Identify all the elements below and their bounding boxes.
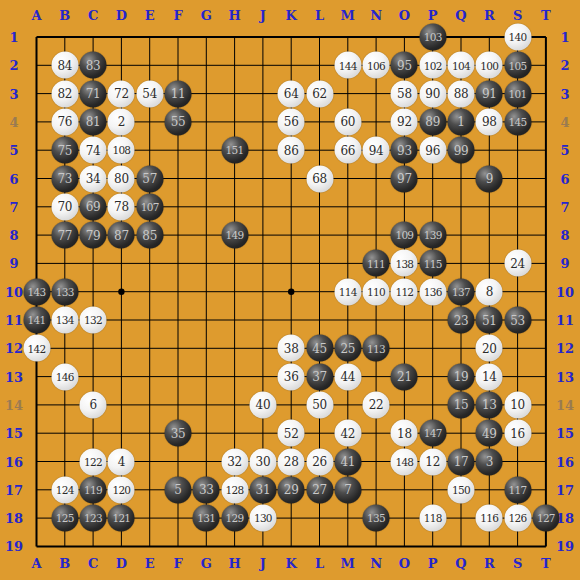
stone-D17[interactable]: 120 [108, 476, 135, 503]
stone-N14[interactable]: 22 [363, 391, 390, 418]
row-label-right-17: 17 [556, 482, 574, 497]
stone-Q17[interactable]: 150 [448, 476, 475, 503]
stone-N10[interactable]: 110 [363, 278, 390, 305]
stone-T18[interactable]: 127 [532, 505, 559, 532]
stone-D4[interactable]: 2 [108, 108, 135, 135]
stone-S4[interactable]: 145 [504, 108, 531, 135]
move-number: 23 [454, 314, 469, 326]
stone-B7[interactable]: 70 [51, 193, 78, 220]
row-label-right-7: 7 [560, 199, 569, 214]
move-number: 45 [312, 342, 327, 354]
stone-O4[interactable]: 92 [391, 108, 418, 135]
stone-B11[interactable]: 134 [51, 307, 78, 334]
stone-R11[interactable]: 51 [476, 307, 503, 334]
stone-B5[interactable]: 75 [51, 137, 78, 164]
star-point-K10 [288, 289, 294, 295]
move-number: 119 [84, 485, 102, 496]
move-number: 2 [118, 116, 125, 128]
move-number: 114 [339, 286, 357, 297]
col-label-bottom-P: P [428, 556, 438, 571]
stone-K3[interactable]: 64 [278, 80, 305, 107]
move-number: 17 [454, 456, 469, 468]
stone-R18[interactable]: 116 [476, 505, 503, 532]
move-number: 83 [86, 59, 101, 71]
col-label-bottom-K: K [286, 556, 297, 571]
stone-N12[interactable]: 113 [363, 335, 390, 362]
move-number: 150 [452, 485, 470, 496]
stone-C2[interactable]: 83 [80, 52, 107, 79]
stone-K5[interactable]: 86 [278, 137, 305, 164]
stone-E8[interactable]: 85 [136, 222, 163, 249]
stone-L16[interactable]: 26 [306, 448, 333, 475]
stone-F4[interactable]: 55 [165, 108, 192, 135]
move-number: 33 [199, 484, 214, 496]
move-number: 14 [482, 371, 497, 383]
move-number: 3 [486, 456, 493, 468]
move-number: 112 [395, 286, 413, 297]
stone-A10[interactable]: 143 [23, 278, 50, 305]
row-label-left-2: 2 [9, 58, 18, 73]
move-number: 107 [141, 202, 159, 213]
move-number: 6 [89, 399, 96, 411]
stone-M5[interactable]: 66 [334, 137, 361, 164]
row-label-right-2: 2 [560, 58, 569, 73]
stone-N9[interactable]: 111 [363, 250, 390, 277]
stone-Q10[interactable]: 137 [448, 278, 475, 305]
stone-D5[interactable]: 108 [108, 137, 135, 164]
stone-S3[interactable]: 101 [504, 80, 531, 107]
stone-G18[interactable]: 131 [193, 505, 220, 532]
row-label-right-19: 19 [556, 539, 574, 554]
stone-S1[interactable]: 140 [504, 24, 531, 51]
stone-B17[interactable]: 124 [51, 476, 78, 503]
col-label-top-O: O [399, 8, 410, 23]
stone-H17[interactable]: 128 [221, 476, 248, 503]
stone-B8[interactable]: 77 [51, 222, 78, 249]
col-label-top-P: P [428, 8, 438, 23]
stone-O16[interactable]: 148 [391, 448, 418, 475]
stone-L14[interactable]: 50 [306, 391, 333, 418]
col-label-bottom-O: O [399, 556, 410, 571]
stone-B2[interactable]: 84 [51, 52, 78, 79]
stone-N5[interactable]: 94 [363, 137, 390, 164]
stone-F17[interactable]: 5 [165, 476, 192, 503]
stone-C4[interactable]: 81 [80, 108, 107, 135]
move-number: 128 [226, 485, 244, 496]
move-number: 144 [339, 60, 357, 71]
stone-K15[interactable]: 52 [278, 420, 305, 447]
row-label-left-18: 18 [5, 511, 23, 526]
move-number: 44 [340, 371, 355, 383]
move-number: 58 [397, 88, 412, 100]
stone-G17[interactable]: 33 [193, 476, 220, 503]
move-number: 28 [284, 456, 299, 468]
move-number: 106 [367, 60, 385, 71]
stone-C18[interactable]: 123 [80, 505, 107, 532]
stone-C7[interactable]: 69 [80, 193, 107, 220]
col-label-top-S: S [513, 8, 522, 23]
stone-A12[interactable]: 142 [23, 335, 50, 362]
stone-O10[interactable]: 112 [391, 278, 418, 305]
stone-R3[interactable]: 91 [476, 80, 503, 107]
stone-C16[interactable]: 122 [80, 448, 107, 475]
move-number: 140 [509, 32, 527, 43]
move-number: 103 [424, 32, 442, 43]
stone-O8[interactable]: 109 [391, 222, 418, 249]
move-number: 120 [112, 485, 130, 496]
move-number: 73 [57, 173, 72, 185]
stone-O3[interactable]: 58 [391, 80, 418, 107]
stone-K17[interactable]: 29 [278, 476, 305, 503]
stone-D8[interactable]: 87 [108, 222, 135, 249]
stone-Q14[interactable]: 15 [448, 391, 475, 418]
col-label-top-H: H [228, 8, 240, 23]
move-number: 69 [86, 201, 101, 213]
stone-R15[interactable]: 49 [476, 420, 503, 447]
stone-K16[interactable]: 28 [278, 448, 305, 475]
row-label-left-5: 5 [9, 143, 18, 158]
move-number: 27 [312, 484, 327, 496]
move-number: 8 [486, 286, 493, 298]
stone-Q3[interactable]: 88 [448, 80, 475, 107]
move-number: 75 [57, 144, 72, 156]
move-number: 52 [284, 427, 299, 439]
col-label-top-R: R [484, 8, 495, 23]
move-number: 118 [424, 513, 442, 524]
stone-C3[interactable]: 71 [80, 80, 107, 107]
move-number: 11 [171, 88, 186, 100]
move-number: 108 [112, 145, 130, 156]
move-number: 148 [395, 456, 413, 467]
stone-L17[interactable]: 27 [306, 476, 333, 503]
stone-R6[interactable]: 9 [476, 165, 503, 192]
col-label-bottom-J: J [260, 556, 266, 571]
stone-O6[interactable]: 97 [391, 165, 418, 192]
move-number: 56 [284, 116, 299, 128]
move-number: 117 [509, 485, 527, 496]
move-number: 136 [424, 286, 442, 297]
stone-M10[interactable]: 114 [334, 278, 361, 305]
stone-O5[interactable]: 93 [391, 137, 418, 164]
move-number: 92 [397, 116, 412, 128]
stone-B10[interactable]: 133 [51, 278, 78, 305]
move-number: 72 [114, 88, 129, 100]
move-number: 113 [367, 343, 385, 354]
stone-S17[interactable]: 117 [504, 476, 531, 503]
move-number: 53 [510, 314, 525, 326]
stone-F3[interactable]: 11 [165, 80, 192, 107]
col-label-bottom-G: G [201, 556, 212, 571]
col-label-bottom-L: L [315, 556, 324, 571]
stone-K4[interactable]: 56 [278, 108, 305, 135]
stone-H5[interactable]: 151 [221, 137, 248, 164]
move-number: 66 [340, 144, 355, 156]
row-label-left-8: 8 [9, 228, 18, 243]
stone-R13[interactable]: 14 [476, 363, 503, 390]
stone-Q16[interactable]: 17 [448, 448, 475, 475]
stone-O15[interactable]: 18 [391, 420, 418, 447]
col-label-top-K: K [286, 8, 297, 23]
row-label-left-13: 13 [5, 369, 23, 384]
col-label-bottom-A: A [31, 556, 41, 571]
col-label-top-D: D [116, 8, 127, 23]
stone-M16[interactable]: 41 [334, 448, 361, 475]
row-label-left-10: 10 [5, 284, 23, 299]
move-number: 22 [369, 399, 384, 411]
stone-C6[interactable]: 34 [80, 165, 107, 192]
stone-P9[interactable]: 115 [419, 250, 446, 277]
move-number: 130 [254, 513, 272, 524]
stone-Q4[interactable]: 1 [448, 108, 475, 135]
row-label-right-13: 13 [556, 369, 574, 384]
stone-E7[interactable]: 107 [136, 193, 163, 220]
stone-O9[interactable]: 138 [391, 250, 418, 277]
move-number: 100 [480, 60, 498, 71]
move-number: 129 [226, 513, 244, 524]
col-label-top-M: M [341, 8, 355, 23]
move-number: 15 [454, 399, 469, 411]
move-number: 81 [86, 116, 101, 128]
move-number: 55 [171, 116, 186, 128]
move-number: 131 [197, 513, 215, 524]
stone-C17[interactable]: 119 [80, 476, 107, 503]
move-number: 151 [226, 145, 244, 156]
star-point-D10 [118, 289, 124, 295]
stone-L6[interactable]: 68 [306, 165, 333, 192]
move-number: 9 [486, 173, 493, 185]
stone-D3[interactable]: 72 [108, 80, 135, 107]
stone-Q2[interactable]: 104 [448, 52, 475, 79]
stone-R4[interactable]: 98 [476, 108, 503, 135]
col-label-bottom-H: H [228, 556, 240, 571]
stone-O13[interactable]: 21 [391, 363, 418, 390]
move-number: 95 [397, 59, 412, 71]
move-number: 123 [84, 513, 102, 524]
row-label-right-4: 4 [560, 114, 569, 129]
row-label-right-14: 14 [556, 397, 574, 412]
move-number: 137 [452, 286, 470, 297]
move-number: 38 [284, 342, 299, 354]
row-label-right-5: 5 [560, 143, 569, 158]
move-number: 122 [84, 456, 102, 467]
stone-P5[interactable]: 96 [419, 137, 446, 164]
stone-E6[interactable]: 57 [136, 165, 163, 192]
row-label-left-6: 6 [9, 171, 18, 186]
move-number: 64 [284, 88, 299, 100]
move-number: 88 [454, 88, 469, 100]
stone-L12[interactable]: 45 [306, 335, 333, 362]
stone-K13[interactable]: 36 [278, 363, 305, 390]
stone-B6[interactable]: 73 [51, 165, 78, 192]
stone-S15[interactable]: 16 [504, 420, 531, 447]
stone-M4[interactable]: 60 [334, 108, 361, 135]
stone-F15[interactable]: 35 [165, 420, 192, 447]
move-number: 78 [114, 201, 129, 213]
stone-R12[interactable]: 20 [476, 335, 503, 362]
row-label-left-15: 15 [5, 426, 23, 441]
move-number: 36 [284, 371, 299, 383]
stone-L3[interactable]: 62 [306, 80, 333, 107]
col-label-top-F: F [173, 8, 182, 23]
stone-M12[interactable]: 25 [334, 335, 361, 362]
move-number: 57 [142, 173, 157, 185]
stone-Q13[interactable]: 19 [448, 363, 475, 390]
stone-P16[interactable]: 12 [419, 448, 446, 475]
row-label-right-10: 10 [556, 284, 574, 299]
move-number: 31 [256, 484, 271, 496]
stone-H16[interactable]: 32 [221, 448, 248, 475]
move-number: 111 [367, 258, 385, 269]
stone-P4[interactable]: 89 [419, 108, 446, 135]
stone-P10[interactable]: 136 [419, 278, 446, 305]
stone-H8[interactable]: 149 [221, 222, 248, 249]
move-number: 93 [397, 144, 412, 156]
row-label-left-7: 7 [9, 199, 18, 214]
row-label-left-9: 9 [9, 256, 18, 271]
move-number: 110 [367, 286, 385, 297]
move-number: 30 [256, 456, 271, 468]
col-label-top-N: N [370, 8, 382, 23]
stone-D7[interactable]: 78 [108, 193, 135, 220]
col-label-top-Q: Q [455, 8, 466, 23]
stone-R14[interactable]: 13 [476, 391, 503, 418]
move-number: 60 [340, 116, 355, 128]
move-number: 138 [395, 258, 413, 269]
move-number: 134 [56, 315, 74, 326]
stone-Q11[interactable]: 23 [448, 307, 475, 334]
stone-D18[interactable]: 121 [108, 505, 135, 532]
move-number: 5 [174, 484, 181, 496]
move-number: 141 [28, 315, 46, 326]
stone-R2[interactable]: 100 [476, 52, 503, 79]
stone-L13[interactable]: 37 [306, 363, 333, 390]
stone-K12[interactable]: 38 [278, 335, 305, 362]
move-number: 34 [86, 173, 101, 185]
row-label-left-16: 16 [5, 454, 23, 469]
move-number: 149 [226, 230, 244, 241]
move-number: 76 [57, 116, 72, 128]
move-number: 142 [28, 343, 46, 354]
row-label-left-14: 14 [5, 397, 23, 412]
row-label-right-8: 8 [560, 228, 569, 243]
stone-P15[interactable]: 147 [419, 420, 446, 447]
move-number: 94 [369, 144, 384, 156]
stone-C14[interactable]: 6 [80, 391, 107, 418]
stone-S9[interactable]: 24 [504, 250, 531, 277]
move-number: 109 [395, 230, 413, 241]
row-label-right-3: 3 [560, 86, 569, 101]
col-label-bottom-Q: Q [455, 556, 466, 571]
stone-P3[interactable]: 90 [419, 80, 446, 107]
stone-D16[interactable]: 4 [108, 448, 135, 475]
move-number: 7 [344, 484, 351, 496]
stone-R10[interactable]: 8 [476, 278, 503, 305]
move-number: 1 [457, 116, 464, 128]
stone-M2[interactable]: 144 [334, 52, 361, 79]
col-label-top-J: J [260, 8, 266, 23]
move-number: 24 [510, 257, 525, 269]
move-number: 115 [424, 258, 442, 269]
stone-S11[interactable]: 53 [504, 307, 531, 334]
stone-P8[interactable]: 139 [419, 222, 446, 249]
col-label-top-C: C [88, 8, 98, 23]
stone-Q5[interactable]: 99 [448, 137, 475, 164]
move-number: 26 [312, 456, 327, 468]
move-number: 16 [510, 427, 525, 439]
stone-M17[interactable]: 7 [334, 476, 361, 503]
move-number: 68 [312, 173, 327, 185]
row-label-right-15: 15 [556, 426, 574, 441]
move-number: 77 [57, 229, 72, 241]
stone-M15[interactable]: 42 [334, 420, 361, 447]
move-number: 18 [397, 427, 412, 439]
stone-J18[interactable]: 130 [249, 505, 276, 532]
stone-B18[interactable]: 125 [51, 505, 78, 532]
stone-P2[interactable]: 102 [419, 52, 446, 79]
move-number: 4 [118, 456, 125, 468]
stone-A11[interactable]: 141 [23, 307, 50, 334]
stone-J17[interactable]: 31 [249, 476, 276, 503]
stone-N2[interactable]: 106 [363, 52, 390, 79]
stone-C8[interactable]: 79 [80, 222, 107, 249]
row-label-right-11: 11 [556, 313, 574, 328]
move-number: 50 [312, 399, 327, 411]
move-number: 97 [397, 173, 412, 185]
stone-C11[interactable]: 132 [80, 307, 107, 334]
move-number: 74 [86, 144, 101, 156]
col-label-top-G: G [201, 8, 212, 23]
col-label-bottom-N: N [370, 556, 382, 571]
stone-J14[interactable]: 40 [249, 391, 276, 418]
stone-C5[interactable]: 74 [80, 137, 107, 164]
stone-S14[interactable]: 10 [504, 391, 531, 418]
stone-H18[interactable]: 129 [221, 505, 248, 532]
move-number: 80 [114, 173, 129, 185]
move-number: 145 [509, 117, 527, 128]
col-label-top-E: E [145, 8, 155, 23]
stone-B13[interactable]: 146 [51, 363, 78, 390]
stone-E3[interactable]: 54 [136, 80, 163, 107]
move-number: 70 [57, 201, 72, 213]
move-number: 71 [86, 88, 101, 100]
move-number: 10 [510, 399, 525, 411]
stone-P18[interactable]: 118 [419, 505, 446, 532]
move-number: 124 [56, 485, 74, 496]
move-number: 82 [57, 88, 72, 100]
stone-J16[interactable]: 30 [249, 448, 276, 475]
stone-S18[interactable]: 126 [504, 505, 531, 532]
move-number: 147 [424, 428, 442, 439]
move-number: 143 [28, 286, 46, 297]
stone-O2[interactable]: 95 [391, 52, 418, 79]
move-number: 42 [340, 427, 355, 439]
stone-D6[interactable]: 80 [108, 165, 135, 192]
stone-P1[interactable]: 103 [419, 24, 446, 51]
stone-N18[interactable]: 135 [363, 505, 390, 532]
move-number: 104 [452, 60, 470, 71]
move-number: 121 [112, 513, 130, 524]
stone-S2[interactable]: 105 [504, 52, 531, 79]
col-label-bottom-E: E [145, 556, 155, 571]
move-number: 19 [454, 371, 469, 383]
stone-B3[interactable]: 82 [51, 80, 78, 107]
stone-B4[interactable]: 76 [51, 108, 78, 135]
go-board: AABBCCDDEEFFGGHHJJKKLLMMNNOOPPQQRRSSTT11… [0, 0, 580, 580]
move-number: 20 [482, 342, 497, 354]
stone-M13[interactable]: 44 [334, 363, 361, 390]
row-label-right-6: 6 [560, 171, 569, 186]
stone-R16[interactable]: 3 [476, 448, 503, 475]
